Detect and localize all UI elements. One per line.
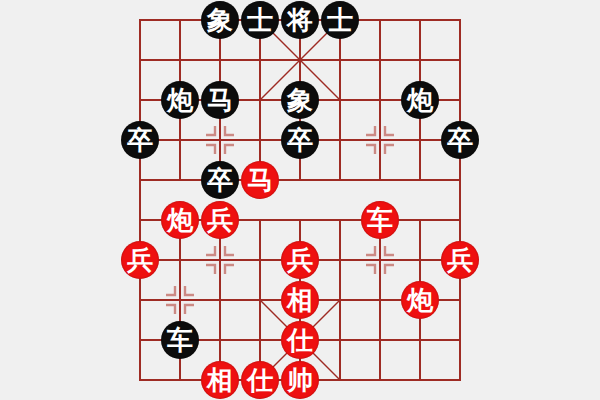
point-c0r5[interactable] <box>120 200 160 240</box>
point-c8r2[interactable] <box>440 80 480 120</box>
point-c3r3[interactable] <box>240 120 280 160</box>
point-c0r9[interactable] <box>120 360 160 400</box>
point-c0r3[interactable]: 卒 <box>120 120 160 160</box>
point-c6r8[interactable] <box>360 320 400 360</box>
point-c4r7[interactable]: 相 <box>280 280 320 320</box>
point-c7r6[interactable] <box>400 240 440 280</box>
point-c6r2[interactable] <box>360 80 400 120</box>
point-c2r4[interactable]: 卒 <box>200 160 240 200</box>
piece-red-horse[interactable]: 马 <box>241 161 279 199</box>
point-c6r3[interactable] <box>360 120 400 160</box>
point-c5r3[interactable] <box>320 120 360 160</box>
point-c1r3[interactable] <box>160 120 200 160</box>
point-c5r1[interactable] <box>320 40 360 80</box>
xiangqi-board: 象士将士炮马象炮卒卒卒卒马炮兵车兵兵兵相炮车仕相仕帅 <box>0 0 600 400</box>
point-c2r9[interactable]: 相 <box>200 360 240 400</box>
point-c8r8[interactable] <box>440 320 480 360</box>
point-c3r8[interactable] <box>240 320 280 360</box>
point-c6r4[interactable] <box>360 160 400 200</box>
point-c8r1[interactable] <box>440 40 480 80</box>
point-c1r0[interactable] <box>160 0 200 40</box>
point-c8r7[interactable] <box>440 280 480 320</box>
point-c2r0[interactable]: 象 <box>200 0 240 40</box>
point-c5r9[interactable] <box>320 360 360 400</box>
point-c8r9[interactable] <box>440 360 480 400</box>
piece-black-elephant[interactable]: 象 <box>281 81 319 119</box>
piece-black-horse[interactable]: 马 <box>201 81 239 119</box>
piece-red-elephant[interactable]: 相 <box>281 281 319 319</box>
point-c6r1[interactable] <box>360 40 400 80</box>
point-c4r9[interactable]: 帅 <box>280 360 320 400</box>
point-c2r2[interactable]: 马 <box>200 80 240 120</box>
piece-black-elephant[interactable]: 象 <box>201 1 239 39</box>
point-c2r1[interactable] <box>200 40 240 80</box>
piece-black-soldier[interactable]: 卒 <box>201 161 239 199</box>
point-c7r8[interactable] <box>400 320 440 360</box>
point-c5r6[interactable] <box>320 240 360 280</box>
point-c0r2[interactable] <box>120 80 160 120</box>
point-c4r6[interactable]: 兵 <box>280 240 320 280</box>
point-c7r1[interactable] <box>400 40 440 80</box>
point-c1r1[interactable] <box>160 40 200 80</box>
piece-black-general[interactable]: 将 <box>281 1 319 39</box>
point-c4r2[interactable]: 象 <box>280 80 320 120</box>
piece-red-chariot[interactable]: 车 <box>361 201 399 239</box>
point-c4r0[interactable]: 将 <box>280 0 320 40</box>
point-c4r5[interactable] <box>280 200 320 240</box>
point-c1r6[interactable] <box>160 240 200 280</box>
point-c7r2[interactable]: 炮 <box>400 80 440 120</box>
point-c8r3[interactable]: 卒 <box>440 120 480 160</box>
point-c3r4[interactable]: 马 <box>240 160 280 200</box>
point-c3r6[interactable] <box>240 240 280 280</box>
piece-red-advisor[interactable]: 仕 <box>281 321 319 359</box>
piece-red-elephant[interactable]: 相 <box>201 361 239 399</box>
point-c5r8[interactable] <box>320 320 360 360</box>
point-c4r1[interactable] <box>280 40 320 80</box>
point-c6r6[interactable] <box>360 240 400 280</box>
point-c7r5[interactable] <box>400 200 440 240</box>
piece-red-general[interactable]: 帅 <box>281 361 319 399</box>
piece-red-advisor[interactable]: 仕 <box>241 361 279 399</box>
point-c1r7[interactable] <box>160 280 200 320</box>
piece-black-chariot[interactable]: 车 <box>161 321 199 359</box>
point-c8r4[interactable] <box>440 160 480 200</box>
piece-black-cannon[interactable]: 炮 <box>161 81 199 119</box>
point-c5r0[interactable]: 士 <box>320 0 360 40</box>
point-c3r7[interactable] <box>240 280 280 320</box>
point-c5r5[interactable] <box>320 200 360 240</box>
point-c7r7[interactable]: 炮 <box>400 280 440 320</box>
point-c3r1[interactable] <box>240 40 280 80</box>
point-c5r2[interactable] <box>320 80 360 120</box>
point-c3r2[interactable] <box>240 80 280 120</box>
point-c1r8[interactable]: 车 <box>160 320 200 360</box>
piece-red-cannon[interactable]: 炮 <box>401 281 439 319</box>
point-c7r4[interactable] <box>400 160 440 200</box>
point-c6r5[interactable]: 车 <box>360 200 400 240</box>
piece-black-soldier[interactable]: 卒 <box>281 121 319 159</box>
point-c3r9[interactable]: 仕 <box>240 360 280 400</box>
point-c7r0[interactable] <box>400 0 440 40</box>
point-c2r8[interactable] <box>200 320 240 360</box>
point-c7r9[interactable] <box>400 360 440 400</box>
point-c4r3[interactable]: 卒 <box>280 120 320 160</box>
point-c5r7[interactable] <box>320 280 360 320</box>
point-c8r0[interactable] <box>440 0 480 40</box>
piece-red-soldier[interactable]: 兵 <box>281 241 319 279</box>
point-c6r0[interactable] <box>360 0 400 40</box>
point-c6r9[interactable] <box>360 360 400 400</box>
point-c2r7[interactable] <box>200 280 240 320</box>
point-c0r7[interactable] <box>120 280 160 320</box>
point-c3r0[interactable]: 士 <box>240 0 280 40</box>
point-c5r4[interactable] <box>320 160 360 200</box>
point-c2r5[interactable]: 兵 <box>200 200 240 240</box>
point-c1r4[interactable] <box>160 160 200 200</box>
point-c8r6[interactable]: 兵 <box>440 240 480 280</box>
piece-black-soldier[interactable]: 卒 <box>121 121 159 159</box>
point-c7r3[interactable] <box>400 120 440 160</box>
point-c0r4[interactable] <box>120 160 160 200</box>
piece-red-cannon[interactable]: 炮 <box>161 201 199 239</box>
piece-black-soldier[interactable]: 卒 <box>441 121 479 159</box>
piece-black-advisor[interactable]: 士 <box>241 1 279 39</box>
point-c2r3[interactable] <box>200 120 240 160</box>
board-intersections: 象士将士炮马象炮卒卒卒卒马炮兵车兵兵兵相炮车仕相仕帅 <box>120 0 480 400</box>
piece-black-cannon[interactable]: 炮 <box>401 81 439 119</box>
point-c1r2[interactable]: 炮 <box>160 80 200 120</box>
point-c8r5[interactable] <box>440 200 480 240</box>
point-c1r9[interactable] <box>160 360 200 400</box>
point-c3r5[interactable] <box>240 200 280 240</box>
point-c4r8[interactable]: 仕 <box>280 320 320 360</box>
point-c6r7[interactable] <box>360 280 400 320</box>
piece-red-soldier[interactable]: 兵 <box>441 241 479 279</box>
piece-red-soldier[interactable]: 兵 <box>201 201 239 239</box>
point-c0r8[interactable] <box>120 320 160 360</box>
point-c2r6[interactable] <box>200 240 240 280</box>
point-c4r4[interactable] <box>280 160 320 200</box>
point-c1r5[interactable]: 炮 <box>160 200 200 240</box>
piece-black-advisor[interactable]: 士 <box>321 1 359 39</box>
point-c0r6[interactable]: 兵 <box>120 240 160 280</box>
piece-red-soldier[interactable]: 兵 <box>121 241 159 279</box>
point-c0r0[interactable] <box>120 0 160 40</box>
point-c0r1[interactable] <box>120 40 160 80</box>
